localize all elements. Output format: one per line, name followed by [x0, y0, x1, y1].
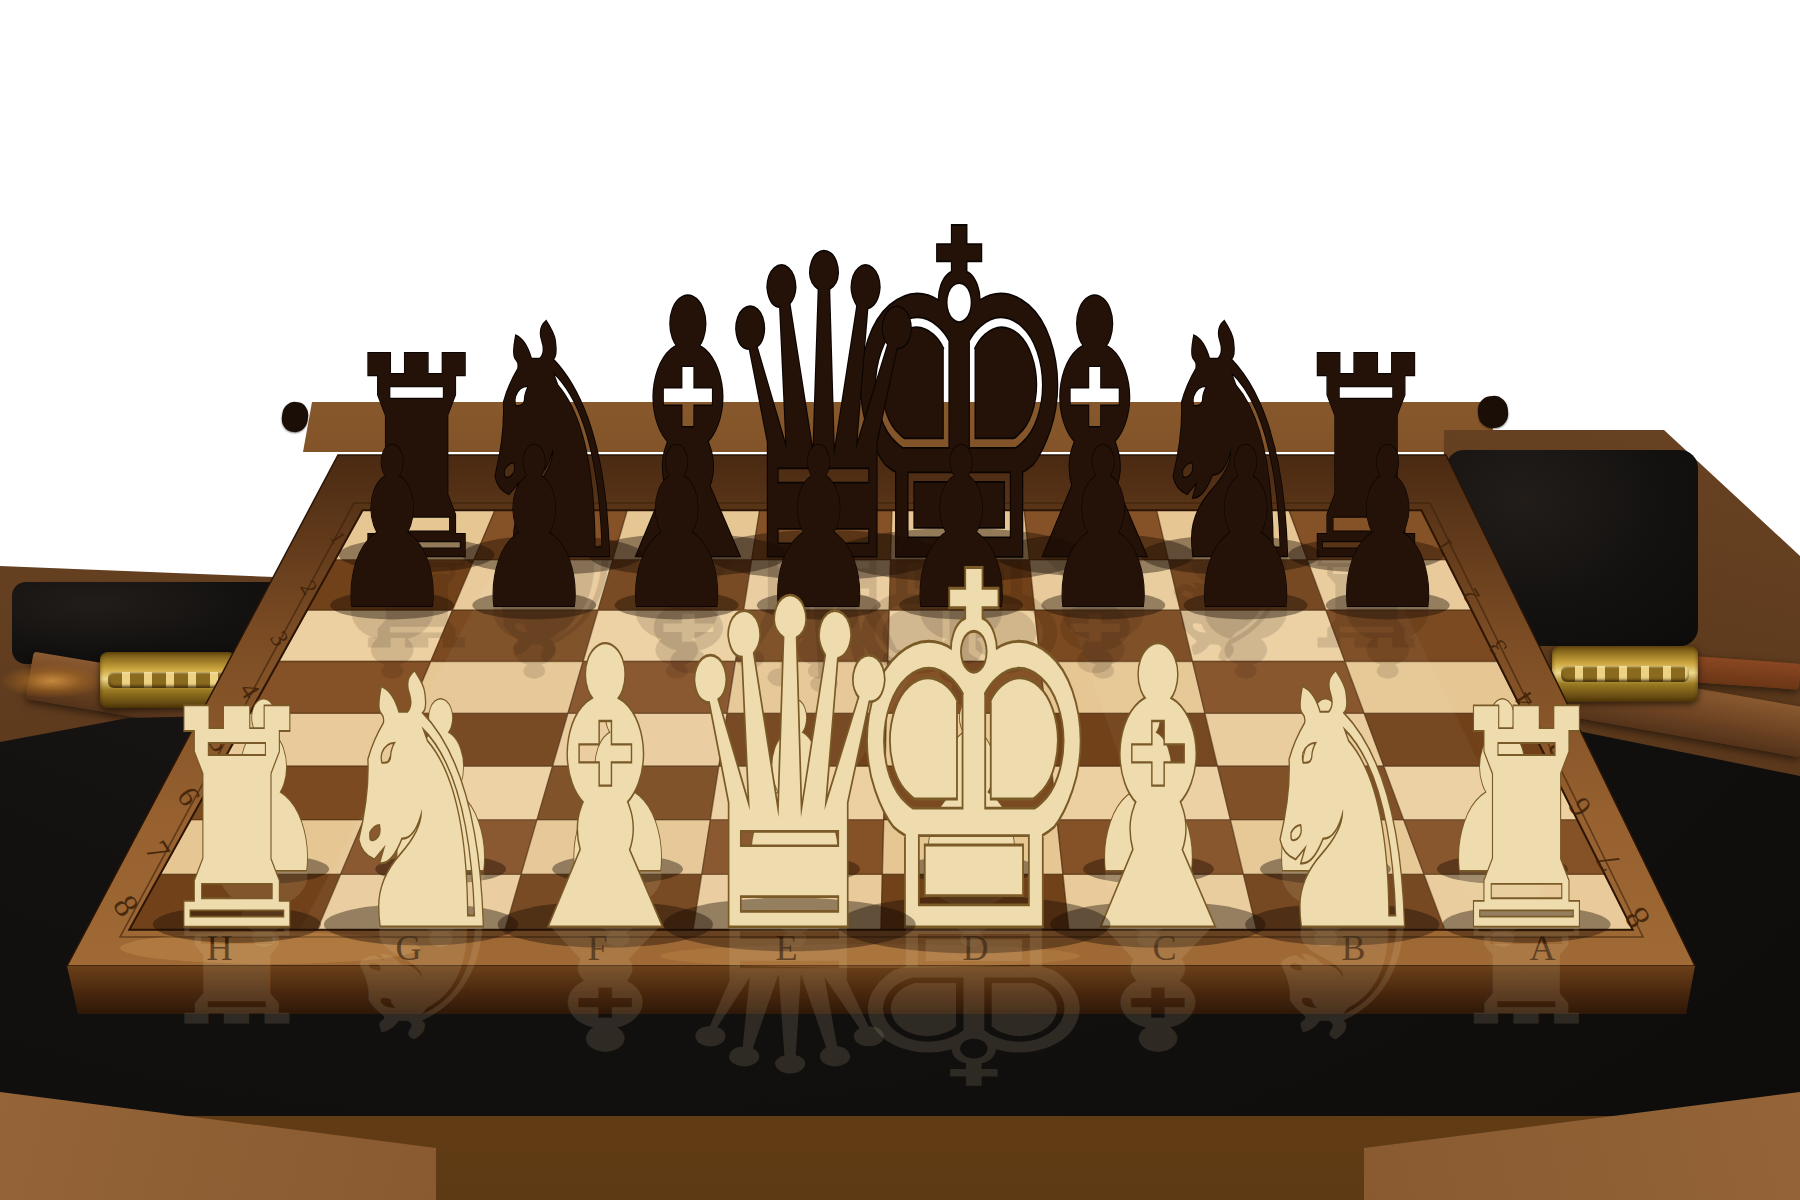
piece-light-rook-a8[interactable]: ♜ — [1443, 647, 1610, 997]
product-photo-scene: HGFEDCBA1234567812345678♜♜♞♞♝♝♚♚♛♛♝♝♞♞♜♜… — [0, 0, 1800, 1200]
piece-light-knight-g8[interactable]: ♞ — [325, 603, 518, 1007]
piece-light-knight-b8[interactable]: ♞ — [1246, 603, 1439, 1007]
piece-light-bishop-f8[interactable]: ♝ — [498, 568, 712, 1016]
piece-light-rook-h8[interactable]: ♜ — [153, 647, 320, 997]
chess-board: HGFEDCBA1234567812345678♜♜♞♞♝♝♚♚♛♛♝♝♞♞♜♜… — [0, 0, 1800, 1200]
